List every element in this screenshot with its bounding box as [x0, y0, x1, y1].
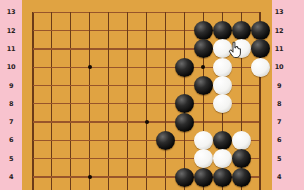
star-point: [88, 175, 92, 179]
row-coordinate-label: 12: [271, 27, 287, 35]
white-stone[interactable]: [194, 131, 213, 150]
row-coordinate-label: 13: [271, 8, 287, 16]
row-coordinate-label: 10: [3, 63, 19, 71]
grid-line-vertical: [32, 12, 33, 190]
hand-cursor-icon: [228, 41, 242, 59]
black-stone[interactable]: [213, 168, 232, 187]
row-coordinate-label: 9: [271, 82, 287, 90]
grid-line-vertical: [165, 12, 166, 190]
row-coordinate-label: 6: [271, 136, 287, 144]
go-app-window: 13121110987654 13121110987654: [0, 0, 304, 190]
white-stone[interactable]: [213, 149, 232, 168]
row-coordinate-label: 11: [3, 45, 19, 53]
white-stone[interactable]: [213, 58, 232, 77]
row-coordinate-label: 6: [3, 136, 19, 144]
white-stone[interactable]: [232, 131, 251, 150]
row-coordinate-label: 10: [271, 63, 287, 71]
row-coordinate-label: 7: [271, 118, 287, 126]
black-stone[interactable]: [232, 168, 251, 187]
black-stone[interactable]: [251, 39, 270, 58]
row-coordinate-label: 4: [3, 173, 19, 181]
black-stone[interactable]: [251, 21, 270, 40]
grid-line-vertical: [146, 12, 147, 190]
grid-line-horizontal: [33, 12, 261, 13]
star-point: [88, 65, 92, 69]
black-stone[interactable]: [175, 58, 194, 77]
row-coordinate-label: 4: [271, 173, 287, 181]
black-stone[interactable]: [175, 94, 194, 113]
row-coordinate-label: 13: [3, 8, 19, 16]
grid-line-vertical: [70, 12, 71, 190]
black-stone[interactable]: [156, 131, 175, 150]
row-coordinate-label: 5: [271, 155, 287, 163]
grid-line-vertical: [108, 12, 109, 190]
white-stone[interactable]: [194, 149, 213, 168]
row-coordinate-label: 12: [3, 27, 19, 35]
star-point: [145, 120, 149, 124]
row-coordinate-label: 8: [271, 100, 287, 108]
black-stone[interactable]: [175, 168, 194, 187]
black-stone[interactable]: [194, 168, 213, 187]
black-stone[interactable]: [213, 21, 232, 40]
row-coordinate-label: 9: [3, 82, 19, 90]
black-stone[interactable]: [213, 131, 232, 150]
black-stone[interactable]: [194, 21, 213, 40]
row-coordinate-label: 7: [3, 118, 19, 126]
grid-line-vertical: [51, 12, 52, 190]
star-point: [201, 65, 205, 69]
grid-line-vertical: [89, 12, 90, 190]
row-coordinate-label: 8: [3, 100, 19, 108]
grid-line-vertical: [127, 12, 128, 190]
black-stone[interactable]: [194, 39, 213, 58]
black-stone[interactable]: [232, 149, 251, 168]
black-stone[interactable]: [194, 76, 213, 95]
row-coordinate-label: 11: [271, 45, 287, 53]
white-stone[interactable]: [213, 94, 232, 113]
white-stone[interactable]: [251, 58, 270, 77]
black-stone[interactable]: [232, 21, 251, 40]
row-coordinate-label: 5: [3, 155, 19, 163]
go-board-surface[interactable]: [22, 0, 272, 190]
black-stone[interactable]: [175, 113, 194, 132]
white-stone[interactable]: [213, 76, 232, 95]
